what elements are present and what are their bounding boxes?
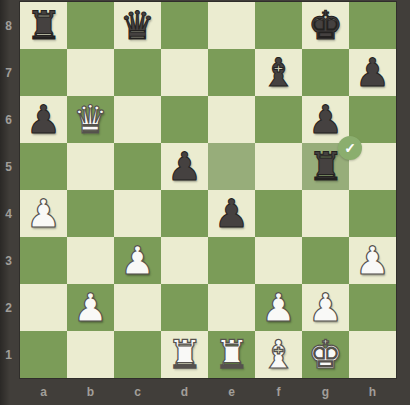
piece-white-pawn[interactable]: ♟	[114, 237, 161, 284]
square-a4[interactable]: ♟	[20, 190, 67, 237]
square-e8[interactable]	[208, 2, 255, 49]
square-f5[interactable]	[255, 143, 302, 190]
square-a6[interactable]: ♟	[20, 96, 67, 143]
board: ♜♛♚♝♟♟♛♟♟♜✓♟♟♟♟♟♟♟♜♜♝♚	[20, 2, 396, 378]
square-f6[interactable]	[255, 96, 302, 143]
square-f7[interactable]: ♝	[255, 49, 302, 96]
square-e2[interactable]	[208, 284, 255, 331]
square-g7[interactable]	[302, 49, 349, 96]
rank-label-6: 6	[0, 96, 17, 143]
piece-white-bishop[interactable]: ♝	[255, 331, 302, 378]
piece-white-pawn[interactable]: ♟	[20, 190, 67, 237]
square-b7[interactable]	[67, 49, 114, 96]
correct-move-badge-icon: ✓	[338, 136, 362, 160]
file-label-e: e	[208, 378, 255, 405]
rank-label-3: 3	[0, 237, 17, 284]
square-a5[interactable]	[20, 143, 67, 190]
file-label-c: c	[114, 378, 161, 405]
square-e5[interactable]	[208, 143, 255, 190]
rank-label-7: 7	[0, 49, 17, 96]
rank-label-5: 5	[0, 143, 17, 190]
square-f1[interactable]: ♝	[255, 331, 302, 378]
piece-black-pawn[interactable]: ♟	[20, 96, 67, 143]
file-label-h: h	[349, 378, 396, 405]
piece-black-rook[interactable]: ♜	[20, 2, 67, 49]
piece-white-king[interactable]: ♚	[302, 331, 349, 378]
square-c3[interactable]: ♟	[114, 237, 161, 284]
square-b2[interactable]: ♟	[67, 284, 114, 331]
piece-black-pawn[interactable]: ♟	[161, 143, 208, 190]
square-h3[interactable]: ♟	[349, 237, 396, 284]
square-c7[interactable]	[114, 49, 161, 96]
piece-black-bishop[interactable]: ♝	[255, 49, 302, 96]
square-b4[interactable]	[67, 190, 114, 237]
rank-labels: 87654321	[0, 2, 20, 378]
square-d4[interactable]	[161, 190, 208, 237]
piece-black-queen[interactable]: ♛	[114, 2, 161, 49]
square-c8[interactable]: ♛	[114, 2, 161, 49]
square-h4[interactable]	[349, 190, 396, 237]
square-b1[interactable]	[67, 331, 114, 378]
square-a7[interactable]	[20, 49, 67, 96]
square-d1[interactable]: ♜	[161, 331, 208, 378]
square-h1[interactable]	[349, 331, 396, 378]
square-e4[interactable]: ♟	[208, 190, 255, 237]
square-e1[interactable]: ♜	[208, 331, 255, 378]
piece-white-queen[interactable]: ♛	[67, 96, 114, 143]
square-f4[interactable]	[255, 190, 302, 237]
square-g3[interactable]	[302, 237, 349, 284]
square-d3[interactable]	[161, 237, 208, 284]
square-a2[interactable]	[20, 284, 67, 331]
file-label-d: d	[161, 378, 208, 405]
square-c2[interactable]	[114, 284, 161, 331]
square-g2[interactable]: ♟	[302, 284, 349, 331]
piece-black-pawn[interactable]: ♟	[302, 96, 349, 143]
square-f3[interactable]	[255, 237, 302, 284]
piece-white-pawn[interactable]: ♟	[349, 237, 396, 284]
piece-white-pawn[interactable]: ♟	[302, 284, 349, 331]
square-f2[interactable]: ♟	[255, 284, 302, 331]
file-label-a: a	[20, 378, 67, 405]
square-a3[interactable]	[20, 237, 67, 284]
square-d6[interactable]	[161, 96, 208, 143]
square-a1[interactable]	[20, 331, 67, 378]
square-d5[interactable]: ♟	[161, 143, 208, 190]
file-label-g: g	[302, 378, 349, 405]
square-d8[interactable]	[161, 2, 208, 49]
square-b8[interactable]	[67, 2, 114, 49]
square-b6[interactable]: ♛	[67, 96, 114, 143]
square-g8[interactable]: ♚	[302, 2, 349, 49]
square-c1[interactable]	[114, 331, 161, 378]
square-d7[interactable]	[161, 49, 208, 96]
square-g5[interactable]: ♜✓	[302, 143, 349, 190]
square-g1[interactable]: ♚	[302, 331, 349, 378]
square-c4[interactable]	[114, 190, 161, 237]
square-c6[interactable]	[114, 96, 161, 143]
square-h2[interactable]	[349, 284, 396, 331]
square-b5[interactable]	[67, 143, 114, 190]
square-g6[interactable]: ♟	[302, 96, 349, 143]
square-g4[interactable]	[302, 190, 349, 237]
rank-label-4: 4	[0, 190, 17, 237]
piece-black-pawn[interactable]: ♟	[349, 49, 396, 96]
square-a8[interactable]: ♜	[20, 2, 67, 49]
file-label-f: f	[255, 378, 302, 405]
rank-label-1: 1	[0, 331, 17, 378]
piece-white-pawn[interactable]: ♟	[255, 284, 302, 331]
piece-black-pawn[interactable]: ♟	[208, 190, 255, 237]
square-b3[interactable]	[67, 237, 114, 284]
square-h6[interactable]	[349, 96, 396, 143]
square-c5[interactable]	[114, 143, 161, 190]
square-h8[interactable]	[349, 2, 396, 49]
piece-black-king[interactable]: ♚	[302, 2, 349, 49]
file-label-b: b	[67, 378, 114, 405]
piece-white-pawn[interactable]: ♟	[67, 284, 114, 331]
square-e6[interactable]	[208, 96, 255, 143]
square-e3[interactable]	[208, 237, 255, 284]
square-d2[interactable]	[161, 284, 208, 331]
file-labels: abcdefgh	[20, 378, 396, 405]
square-f8[interactable]	[255, 2, 302, 49]
piece-white-rook[interactable]: ♜	[161, 331, 208, 378]
rank-label-8: 8	[0, 2, 17, 49]
rank-label-2: 2	[0, 284, 17, 331]
chess-app-window: 87654321 ♜♛♚♝♟♟♛♟♟♜✓♟♟♟♟♟♟♟♜♜♝♚ abcdefgh	[0, 0, 410, 405]
square-e7[interactable]	[208, 49, 255, 96]
piece-white-rook[interactable]: ♜	[208, 331, 255, 378]
square-h7[interactable]: ♟	[349, 49, 396, 96]
